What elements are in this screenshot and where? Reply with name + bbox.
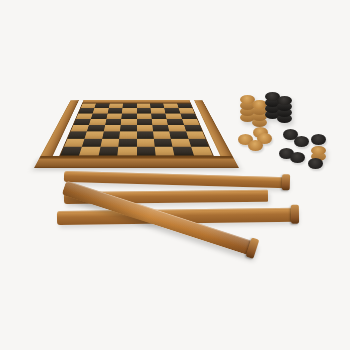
board-square — [154, 139, 173, 147]
board-square — [117, 147, 136, 156]
loose-rail-slat — [64, 171, 288, 188]
product-photo-scene — [0, 0, 350, 350]
board-square — [118, 139, 136, 147]
checker-stack-dark — [277, 96, 292, 123]
board-square — [119, 132, 136, 139]
board-tray — [34, 100, 239, 168]
checker-light — [311, 146, 326, 155]
board-square — [191, 147, 213, 156]
checker-dark — [308, 158, 323, 169]
board-square — [98, 147, 118, 156]
board-square — [188, 139, 209, 147]
board-square — [137, 139, 155, 147]
board-square — [100, 139, 119, 147]
board-square — [82, 139, 102, 147]
checker-dark — [290, 152, 305, 163]
board-square — [155, 147, 175, 156]
checker-light — [248, 140, 263, 151]
board-square — [79, 147, 100, 156]
board-square — [186, 132, 206, 139]
board-square — [137, 132, 154, 139]
rail-end-cap — [246, 237, 260, 258]
tray-rail-bottom — [34, 156, 239, 168]
rail-end-cap — [282, 174, 290, 190]
rail-end-cap — [291, 205, 299, 224]
board-square — [137, 147, 156, 156]
board-square — [102, 132, 120, 139]
checker-dark — [311, 134, 326, 145]
checkerboard — [59, 103, 214, 156]
board-square — [153, 132, 171, 139]
board-square — [85, 132, 104, 139]
tray-frame — [34, 100, 239, 168]
checker-dark — [277, 96, 292, 105]
checker-dark — [294, 136, 309, 147]
